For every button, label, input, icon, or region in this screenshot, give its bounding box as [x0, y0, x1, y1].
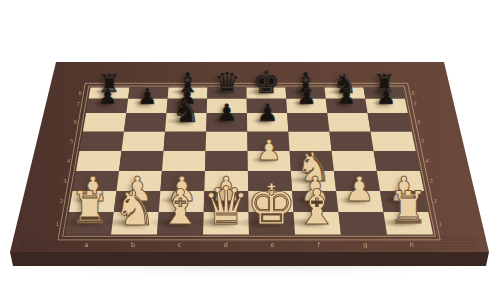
file-label-b: b [131, 241, 135, 249]
rank-label-left-3: 3 [63, 178, 67, 184]
square-d5[interactable] [206, 132, 248, 152]
rank-label-right-7: 7 [414, 101, 418, 107]
square-c5[interactable] [164, 132, 207, 152]
board-front-edge [10, 252, 489, 266]
rank-label-right-8: 8 [411, 90, 415, 96]
piece-black-pawn-b7[interactable]: ♟ [138, 86, 158, 108]
piece-white-pawn-g2[interactable]: ♟ [344, 172, 375, 206]
piece-white-rook-a1[interactable]: ♜ [70, 186, 110, 231]
square-h4[interactable] [374, 151, 420, 171]
square-h5[interactable] [371, 132, 416, 152]
square-b6[interactable] [124, 113, 167, 132]
chess-board: abcdefgh1122334455667788 [0, 0, 498, 293]
piece-black-king-e8[interactable]: ♚ [252, 67, 280, 98]
rank-label-left-6: 6 [73, 119, 77, 125]
square-g1[interactable] [338, 212, 387, 235]
rank-label-left-7: 7 [77, 101, 81, 107]
square-c4[interactable] [162, 151, 206, 171]
file-label-d: d [224, 241, 228, 249]
piece-black-queen-d8[interactable]: ♛ [214, 69, 240, 98]
square-b4[interactable] [119, 151, 164, 171]
rank-label-right-5: 5 [421, 138, 425, 144]
square-b5[interactable] [122, 132, 166, 152]
rank-label-left-1: 1 [56, 221, 60, 227]
rank-label-right-4: 4 [425, 158, 429, 164]
piece-white-rook-h1[interactable]: ♜ [388, 186, 428, 231]
piece-black-knight-c6[interactable]: ♞ [172, 96, 200, 127]
rank-label-right-1: 1 [438, 221, 442, 227]
piece-white-pawn-e4[interactable]: ♟ [256, 137, 281, 165]
piece-white-bishop-f1[interactable]: ♝ [295, 183, 339, 232]
file-label-g: g [363, 241, 367, 249]
piece-black-pawn-e6[interactable]: ♟ [257, 102, 278, 126]
square-g4[interactable] [332, 151, 377, 171]
rank-label-right-6: 6 [417, 119, 421, 125]
piece-black-pawn-f7[interactable]: ♟ [297, 86, 317, 108]
chessboard-photo: abcdefgh1122334455667788 ♜♝♛♚♝♞♜♟♟♟♟♟♟♞♟… [0, 0, 498, 293]
file-label-c: c [178, 241, 182, 249]
square-a4[interactable] [76, 151, 121, 171]
rank-label-right-3: 3 [430, 178, 434, 184]
file-label-a: a [85, 241, 89, 249]
piece-white-queen-d1[interactable]: ♛ [202, 179, 249, 232]
file-label-e: e [270, 241, 274, 249]
square-g6[interactable] [327, 113, 370, 132]
rank-label-left-8: 8 [78, 90, 82, 96]
piece-black-pawn-a7[interactable]: ♟ [98, 86, 118, 108]
square-g5[interactable] [329, 132, 373, 152]
piece-white-knight-b1[interactable]: ♞ [114, 183, 157, 231]
piece-white-bishop-c1[interactable]: ♝ [159, 183, 203, 232]
square-a5[interactable] [79, 132, 123, 152]
piece-black-pawn-h7[interactable]: ♟ [376, 86, 396, 108]
square-f6[interactable] [287, 113, 329, 132]
rank-label-right-2: 2 [434, 198, 438, 204]
rank-label-left-2: 2 [60, 198, 64, 204]
rank-label-left-4: 4 [67, 158, 71, 164]
square-h6[interactable] [368, 113, 412, 132]
rank-label-left-5: 5 [70, 138, 74, 144]
square-a6[interactable] [83, 113, 126, 132]
square-d4[interactable] [205, 151, 248, 171]
piece-black-pawn-g7[interactable]: ♟ [336, 86, 356, 108]
piece-white-king-e1[interactable]: ♚ [246, 176, 296, 232]
piece-black-pawn-d6[interactable]: ♟ [216, 102, 237, 126]
file-label-h: h [410, 241, 414, 249]
